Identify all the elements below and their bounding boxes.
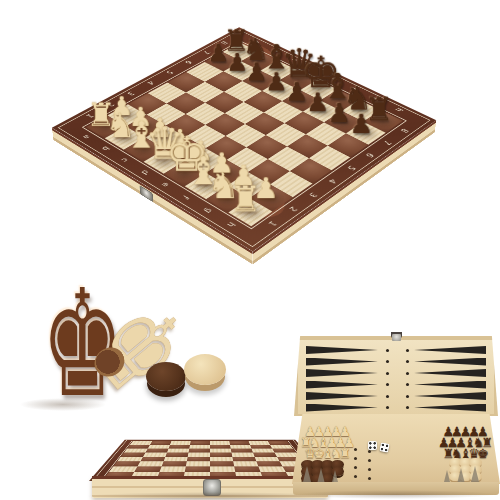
backgammon-point — [414, 369, 486, 377]
backgammon-point — [306, 392, 378, 400]
product-photo: ♜♞♝♛♚♝♞♜♟♟♟♟♟♟♟♟♟♟♟♟♟♟♟♟♜♞♝♛♚♝♞♜ aabbccd… — [0, 0, 500, 500]
black-bishop[interactable]: ♝ — [262, 40, 288, 74]
board-clasp — [140, 185, 154, 202]
square-c7[interactable]: ♟ — [242, 71, 279, 91]
file-label-b-near: b — [100, 145, 111, 151]
square-c6[interactable] — [224, 81, 262, 102]
square-e7[interactable]: ♟ — [282, 90, 320, 111]
rank-label-4-right: 4 — [326, 178, 337, 185]
square-a4[interactable] — [148, 83, 186, 104]
stored-checker-row — [304, 461, 344, 468]
base-point-dot — [354, 448, 357, 451]
rank-label-7-left: 7 — [201, 50, 211, 55]
stored-light-checkers — [452, 452, 482, 473]
base-point-dot — [368, 450, 371, 453]
black-pawn[interactable]: ♟ — [283, 79, 310, 104]
point-marker-dot — [386, 349, 389, 352]
base-point-dot — [354, 475, 357, 478]
black-queen[interactable]: ♛ — [281, 44, 308, 84]
file-label-c-near: c — [119, 157, 129, 163]
base-point-dot — [368, 468, 371, 471]
square-b8[interactable]: ♞ — [241, 51, 277, 70]
file-label-e-far: e — [330, 76, 340, 81]
rank-label-5-left: 5 — [164, 70, 174, 75]
king-shadow — [20, 398, 106, 411]
folded-board-squares — [104, 441, 315, 478]
point-marker-dot — [386, 383, 389, 386]
piece-shadow — [282, 90, 320, 111]
black-rook[interactable]: ♜ — [224, 26, 250, 55]
file-label-c-far: c — [290, 58, 299, 63]
rank-label-3-left: 3 — [125, 91, 135, 96]
rank-label-5-right: 5 — [345, 164, 356, 171]
point-marker-dot — [406, 406, 409, 409]
rank-label-4-left: 4 — [145, 80, 155, 85]
chess-board-squares: ♜♞♝♛♚♝♞♜♟♟♟♟♟♟♟♟♟♟♟♟♟♟♟♟♜♞♝♛♚♝♞♜ — [86, 43, 403, 227]
stored-checker-row — [304, 454, 344, 461]
black-king[interactable]: ♚ — [302, 51, 329, 94]
stored-checker-row — [452, 466, 482, 473]
backgammon-point — [306, 381, 378, 389]
die — [368, 441, 377, 450]
file-label-h-far: h — [393, 107, 404, 113]
point-marker-dot — [386, 395, 389, 398]
box-base: ♟♟♟♟♟♜♞♝♟♟♟♛♚♝♞♜ ♟♟♟♟♟♟♟♟♝♞♜♜♞♝♛♚ — [292, 414, 500, 484]
rank-label-1-right: 1 — [266, 220, 278, 227]
rank-label-2-right: 2 — [287, 205, 299, 212]
stored-checker-row — [452, 459, 482, 466]
black-pawn[interactable]: ♟ — [224, 50, 250, 74]
square-a6[interactable] — [186, 62, 223, 82]
file-label-h-near: h — [225, 221, 237, 228]
backgammon-point — [414, 392, 486, 400]
stored-dark-checkers — [304, 454, 344, 475]
square-a7[interactable]: ♟ — [205, 52, 242, 71]
square-d8[interactable]: ♛ — [280, 70, 317, 90]
white-rook[interactable]: ♜ — [230, 181, 261, 217]
piece-shadow — [262, 80, 300, 101]
black-pawn[interactable]: ♟ — [347, 111, 375, 137]
square-e6[interactable] — [264, 101, 303, 123]
point-marker-dot — [406, 360, 409, 363]
backgammon-point — [414, 358, 486, 366]
backgammon-points-right — [414, 346, 486, 412]
piece-shadow — [223, 61, 260, 81]
piece-shadow — [280, 70, 317, 90]
file-label-a-far: a — [252, 40, 261, 45]
square-d6[interactable] — [244, 91, 282, 112]
black-pawn[interactable]: ♟ — [263, 69, 290, 94]
square-b6[interactable] — [205, 71, 242, 91]
square-d7[interactable]: ♟ — [262, 80, 300, 101]
base-point-dot — [368, 477, 371, 480]
backgammon-point — [306, 369, 378, 377]
file-label-f-near: f — [181, 194, 190, 200]
point-marker-dot — [386, 360, 389, 363]
rank-label-6-left: 6 — [183, 60, 193, 65]
file-label-b-far: b — [271, 48, 281, 53]
backgammon-point — [306, 358, 378, 366]
box-front-clasp — [392, 334, 401, 341]
square-c5[interactable] — [205, 92, 244, 113]
piece-shadow — [205, 52, 242, 71]
rank-label-3-right: 3 — [307, 191, 319, 198]
file-label-g-near: g — [202, 207, 214, 214]
black-knight[interactable]: ♞ — [242, 34, 268, 65]
square-a5[interactable] — [167, 72, 205, 92]
stored-checker-row — [452, 452, 482, 459]
point-marker-dot — [406, 372, 409, 375]
backgammon-points-left — [306, 346, 378, 412]
square-b4[interactable] — [167, 92, 206, 114]
piece-shadow — [260, 61, 297, 81]
light-checker — [184, 354, 226, 385]
rank-label-8-left: 8 — [219, 40, 228, 45]
rank-label-8-right: 8 — [399, 127, 410, 133]
die — [379, 442, 390, 453]
file-label-a-near: a — [81, 134, 91, 140]
point-marker-dot — [386, 372, 389, 375]
black-pawn[interactable]: ♟ — [243, 60, 270, 85]
point-marker-dot — [406, 383, 409, 386]
box-shadow — [296, 490, 496, 499]
chess-board: ♜♞♝♛♚♝♞♜♟♟♟♟♟♟♟♟♟♟♟♟♟♟♟♟♜♞♝♛♚♝♞♜ aabbccd… — [52, 27, 436, 251]
square-c4[interactable] — [186, 103, 225, 125]
square-d5[interactable] — [225, 102, 264, 124]
base-point-dot — [354, 466, 357, 469]
piece-shadow — [223, 43, 259, 62]
point-marker-dot — [406, 395, 409, 398]
square-c8[interactable]: ♝ — [260, 61, 297, 81]
square-a8[interactable]: ♜ — [223, 43, 259, 62]
base-point-dot — [354, 457, 357, 460]
rank-label-6-right: 6 — [364, 152, 375, 158]
file-label-e-near: e — [160, 181, 171, 188]
backgammon-point — [306, 346, 378, 354]
point-marker-dot — [406, 349, 409, 352]
square-e5[interactable] — [245, 112, 285, 135]
square-b5[interactable] — [186, 82, 224, 103]
file-label-d-near: d — [139, 169, 150, 176]
backgammon-point — [306, 404, 378, 412]
open-storage-box: ♟♟♟♟♟♜♞♝♟♟♟♛♚♝♞♜ ♟♟♟♟♟♟♟♟♝♞♜♜♞♝♛♚ — [292, 332, 500, 498]
point-marker-dot — [386, 406, 389, 409]
rank-label-7-right: 7 — [381, 139, 392, 145]
backgammon-point — [414, 381, 486, 389]
black-pawn[interactable]: ♟ — [205, 41, 231, 65]
backgammon-point — [414, 346, 486, 354]
dark-checker — [146, 362, 186, 391]
square-b7[interactable]: ♟ — [223, 61, 260, 81]
backgammon-point — [414, 404, 486, 412]
box-lid-backgammon — [294, 336, 498, 416]
file-label-f-far: f — [350, 86, 359, 90]
base-point-dot — [368, 459, 371, 462]
file-label-d-far: d — [310, 67, 320, 72]
piece-shadow — [241, 51, 277, 70]
piece-shadow — [242, 71, 279, 91]
